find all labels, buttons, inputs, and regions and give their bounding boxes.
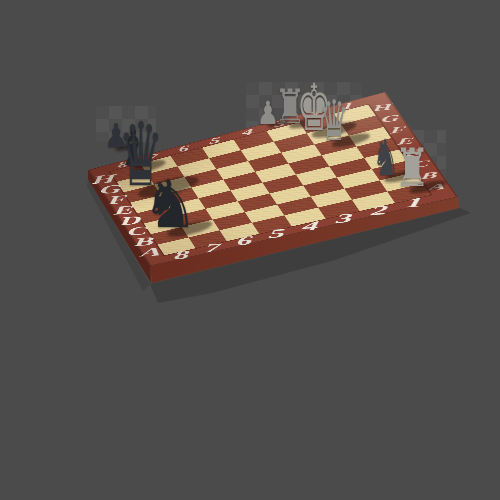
piece-black-knight-c8[interactable]: ♞: [141, 172, 197, 238]
piece-white-queen-g2[interactable]: ♛: [318, 92, 348, 148]
pieces-layer: ♜♟♚♛♟♝♞♛♜♞: [0, 0, 500, 500]
piece-white-rook-a1[interactable]: ♜: [394, 142, 430, 195]
render-viewport: AA88BB77CC66DD55EE44FF33GG22HH11 ♜♟♚♛♟♝♞…: [0, 0, 500, 500]
piece-white-pawn-h4[interactable]: ♟: [257, 97, 279, 129]
